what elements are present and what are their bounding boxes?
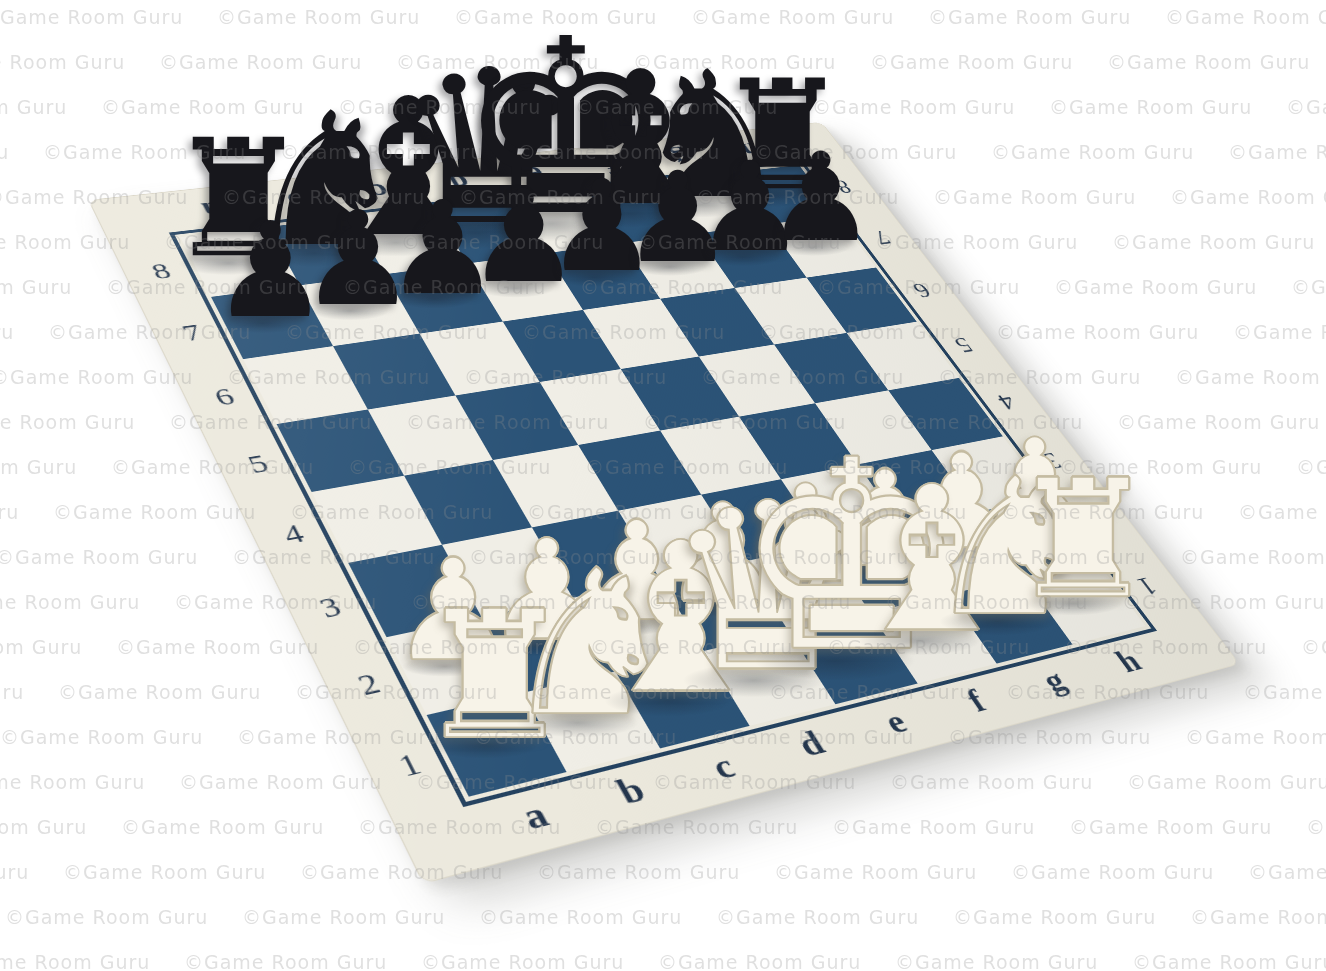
watermark-text: ©Game Room Guru bbox=[0, 681, 24, 703]
watermark-text: ©Game Room Guru bbox=[1248, 861, 1326, 883]
watermark-text: ©Game Room Guru bbox=[1180, 546, 1326, 568]
watermark-text: ©Game Room Guru bbox=[658, 951, 861, 971]
watermark-text: ©Game Room Guru bbox=[0, 96, 67, 118]
watermark-text: ©Game Room Guru bbox=[1286, 96, 1326, 118]
watermark-text: ©Game Room Guru bbox=[1190, 906, 1326, 928]
watermark-text: ©Game Room Guru bbox=[0, 141, 9, 163]
watermark-text: ©Game Room Guru bbox=[179, 771, 382, 793]
watermark-text: ©Game Room Guru bbox=[1291, 276, 1326, 298]
watermark-text: ©Game Room Guru bbox=[1306, 816, 1326, 838]
watermark-text: ©Game Room Guru bbox=[1301, 636, 1326, 658]
watermark-text: ©Game Room Guru bbox=[217, 6, 420, 28]
watermark-text: ©Game Room Guru bbox=[1238, 501, 1326, 523]
watermark-text: ©Game Room Guru bbox=[1069, 816, 1272, 838]
watermark-text: ©Game Room Guru bbox=[716, 906, 919, 928]
watermark-text: ©Game Room Guru bbox=[0, 546, 198, 568]
watermark-text: ©Game Room Guru bbox=[1228, 141, 1326, 163]
watermark-text: ©Game Room Guru bbox=[0, 636, 82, 658]
watermark-text: ©Game Room Guru bbox=[1049, 96, 1252, 118]
watermark-text: ©Game Room Guru bbox=[691, 6, 894, 28]
watermark-text: ©Game Room Guru bbox=[58, 681, 261, 703]
watermark-text: ©Game Room Guru bbox=[1054, 276, 1257, 298]
watermark-text: ©Game Room Guru bbox=[242, 906, 445, 928]
watermark-text: ©Game Room Guru bbox=[5, 906, 208, 928]
watermark-text: ©Game Room Guru bbox=[0, 276, 72, 298]
watermark-text: ©Game Room Guru bbox=[0, 321, 14, 343]
watermark-text: ©Game Room Guru bbox=[870, 51, 1073, 73]
watermark-text: ©Game Room Guru bbox=[0, 591, 140, 613]
watermark-text: ©Game Room Guru bbox=[0, 816, 87, 838]
watermark-text: ©Game Room Guru bbox=[0, 951, 150, 971]
watermark-text: ©Game Room Guru bbox=[1243, 681, 1326, 703]
watermark-text: ©Game Room Guru bbox=[996, 321, 1199, 343]
watermark-text: ©Game Room Guru bbox=[537, 861, 740, 883]
watermark-text: ©Game Room Guru bbox=[1296, 456, 1326, 478]
watermark-text: ©Game Room Guru bbox=[774, 861, 977, 883]
watermark-text: ©Game Room Guru bbox=[0, 6, 183, 28]
watermark-text: ©Game Room Guru bbox=[1185, 726, 1326, 748]
watermark-text: ©Game Room Guru bbox=[1132, 951, 1326, 971]
watermark-text: ©Game Room Guru bbox=[116, 636, 319, 658]
watermark-text: ©Game Room Guru bbox=[0, 861, 29, 883]
watermark-text: ©Game Room Guru bbox=[184, 951, 387, 971]
watermark-text: ©Game Room Guru bbox=[0, 411, 135, 433]
watermark-text: ©Game Room Guru bbox=[1107, 51, 1310, 73]
watermark-text: ©Game Room Guru bbox=[1112, 231, 1315, 253]
photo-scene: abcdefgh abcdefgh 87654321 87654321 ♜♞♝♛… bbox=[0, 0, 1326, 971]
watermark-text: ©Game Room Guru bbox=[63, 861, 266, 883]
watermark-text: ©Game Room Guru bbox=[1170, 186, 1326, 208]
watermark-text: ©Game Room Guru bbox=[1175, 366, 1326, 388]
piece-black-pawn-h7[interactable]: ♟ bbox=[766, 137, 876, 260]
watermark-text: ©Game Room Guru bbox=[953, 906, 1156, 928]
rook-glyph: ♜ bbox=[1010, 457, 1156, 620]
watermark-text: ©Game Room Guru bbox=[121, 816, 324, 838]
watermark-text: ©Game Room Guru bbox=[0, 726, 203, 748]
watermark-text: ©Game Room Guru bbox=[0, 771, 145, 793]
watermark-text: ©Game Room Guru bbox=[1127, 771, 1326, 793]
watermark-text: ©Game Room Guru bbox=[479, 906, 682, 928]
watermark-text: ©Game Room Guru bbox=[1165, 6, 1326, 28]
watermark-text: ©Game Room Guru bbox=[0, 51, 125, 73]
watermark-text: ©Game Room Guru bbox=[1011, 861, 1214, 883]
pawn-glyph: ♟ bbox=[766, 137, 876, 260]
watermark-text: ©Game Room Guru bbox=[1117, 411, 1320, 433]
watermark-text: ©Game Room Guru bbox=[421, 951, 624, 971]
watermark-text: ©Game Room Guru bbox=[832, 816, 1035, 838]
watermark-text: ©Game Room Guru bbox=[0, 501, 19, 523]
piece-white-rook-h1[interactable]: ♜ bbox=[1010, 457, 1156, 620]
watermark-text: ©Game Room Guru bbox=[53, 501, 256, 523]
watermark-text: ©Game Room Guru bbox=[895, 951, 1098, 971]
watermark-text: ©Game Room Guru bbox=[0, 456, 77, 478]
watermark-text: ©Game Room Guru bbox=[991, 141, 1194, 163]
watermark-text: ©Game Room Guru bbox=[0, 366, 193, 388]
watermark-text: ©Game Room Guru bbox=[933, 186, 1136, 208]
watermark-text: ©Game Room Guru bbox=[928, 6, 1131, 28]
watermark-text: ©Game Room Guru bbox=[890, 771, 1093, 793]
pieces-layer: ♜♞♝♛♚♝♞♜♟♟♟♟♟♟♟♟♟♟♟♟♟♟♟♟♜♞♝♛♚♝♞♜ bbox=[0, 0, 1326, 971]
watermark-text: ©Game Room Guru bbox=[1233, 321, 1326, 343]
